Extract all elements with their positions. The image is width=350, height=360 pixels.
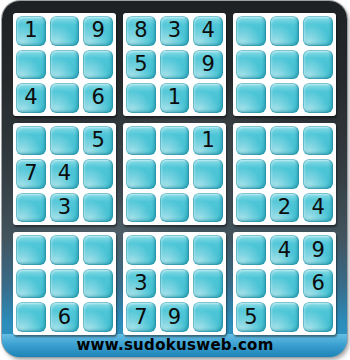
- sudoku-cell-r7c6[interactable]: [193, 235, 223, 265]
- sudoku-cell-r3c9[interactable]: [303, 83, 333, 113]
- sudoku-cell-r8c6[interactable]: [193, 269, 223, 299]
- sudoku-box-9: 4965: [233, 232, 336, 335]
- sudoku-cell-r4c9[interactable]: [303, 126, 333, 156]
- sudoku-cell-r9c3[interactable]: [83, 302, 113, 332]
- sudoku-cell-r2c7[interactable]: [236, 50, 266, 80]
- sudoku-cell-r8c8[interactable]: [270, 269, 300, 299]
- sudoku-cell-r9c8[interactable]: [270, 302, 300, 332]
- sudoku-cell-r4c2[interactable]: [50, 126, 80, 156]
- sudoku-cell-r2c8[interactable]: [270, 50, 300, 80]
- sudoku-cell-r9c4[interactable]: 7: [126, 302, 156, 332]
- sudoku-cell-r2c4[interactable]: 5: [126, 50, 156, 80]
- sudoku-cell-r9c9[interactable]: [303, 302, 333, 332]
- sudoku-box-2: 834591: [123, 13, 226, 116]
- sudoku-cell-r2c5[interactable]: [160, 50, 190, 80]
- sudoku-cell-r7c5[interactable]: [160, 235, 190, 265]
- sudoku-cell-r5c4[interactable]: [126, 159, 156, 189]
- sudoku-cell-r5c7[interactable]: [236, 159, 266, 189]
- sudoku-cell-r6c5[interactable]: [160, 193, 190, 223]
- sudoku-cell-r5c1[interactable]: 7: [16, 159, 46, 189]
- sudoku-cell-r2c9[interactable]: [303, 50, 333, 80]
- sudoku-cell-r2c1[interactable]: [16, 50, 46, 80]
- sudoku-cell-r1c6[interactable]: 4: [193, 16, 223, 46]
- sudoku-cell-r8c7[interactable]: [236, 269, 266, 299]
- sudoku-cell-r2c3[interactable]: [83, 50, 113, 80]
- sudoku-box-8: 379: [123, 232, 226, 335]
- sudoku-cell-r7c9[interactable]: 9: [303, 235, 333, 265]
- sudoku-cell-r7c3[interactable]: [83, 235, 113, 265]
- sudoku-box-6: 24: [233, 123, 336, 226]
- sudoku-cell-r8c2[interactable]: [50, 269, 80, 299]
- sudoku-cell-r9c6[interactable]: [193, 302, 223, 332]
- sudoku-cell-r3c3[interactable]: 6: [83, 83, 113, 113]
- sudoku-cell-r1c8[interactable]: [270, 16, 300, 46]
- sudoku-cell-r4c7[interactable]: [236, 126, 266, 156]
- sudoku-box-7: 6: [13, 232, 116, 335]
- sudoku-cell-r3c2[interactable]: [50, 83, 80, 113]
- sudoku-cell-r6c4[interactable]: [126, 193, 156, 223]
- sudoku-cell-r7c1[interactable]: [16, 235, 46, 265]
- sudoku-cell-r6c3[interactable]: [83, 193, 113, 223]
- sudoku-cell-r7c8[interactable]: 4: [270, 235, 300, 265]
- sudoku-cell-r8c5[interactable]: [160, 269, 190, 299]
- sudoku-cell-r1c2[interactable]: [50, 16, 80, 46]
- sudoku-cell-r5c2[interactable]: 4: [50, 159, 80, 189]
- sudoku-box-5: 1: [123, 123, 226, 226]
- sudoku-cell-r9c5[interactable]: 9: [160, 302, 190, 332]
- sudoku-cell-r2c6[interactable]: 9: [193, 50, 223, 80]
- sudoku-cell-r8c9[interactable]: 6: [303, 269, 333, 299]
- sudoku-board: 1946834591574312463794965: [13, 13, 336, 335]
- sudoku-box-3: [233, 13, 336, 116]
- sudoku-cell-r3c7[interactable]: [236, 83, 266, 113]
- sudoku-cell-r5c9[interactable]: [303, 159, 333, 189]
- sudoku-cell-r8c1[interactable]: [16, 269, 46, 299]
- sudoku-cell-r3c4[interactable]: [126, 83, 156, 113]
- sudoku-cell-r1c1[interactable]: 1: [16, 16, 46, 46]
- sudoku-cell-r4c3[interactable]: 5: [83, 126, 113, 156]
- sudoku-cell-r6c9[interactable]: 4: [303, 193, 333, 223]
- sudoku-app: 1946834591574312463794965 www.sudokusweb…: [0, 0, 350, 360]
- sudoku-cell-r6c7[interactable]: [236, 193, 266, 223]
- sudoku-cell-r4c8[interactable]: [270, 126, 300, 156]
- sudoku-cell-r6c1[interactable]: [16, 193, 46, 223]
- sudoku-cell-r1c7[interactable]: [236, 16, 266, 46]
- sudoku-cell-r1c3[interactable]: 9: [83, 16, 113, 46]
- sudoku-cell-r8c4[interactable]: 3: [126, 269, 156, 299]
- sudoku-cell-r1c4[interactable]: 8: [126, 16, 156, 46]
- sudoku-box-1: 1946: [13, 13, 116, 116]
- sudoku-cell-r7c2[interactable]: [50, 235, 80, 265]
- sudoku-cell-r6c6[interactable]: [193, 193, 223, 223]
- sudoku-cell-r3c1[interactable]: 4: [16, 83, 46, 113]
- sudoku-cell-r9c7[interactable]: 5: [236, 302, 266, 332]
- sudoku-cell-r9c1[interactable]: [16, 302, 46, 332]
- sudoku-cell-r4c1[interactable]: [16, 126, 46, 156]
- sudoku-cell-r5c3[interactable]: [83, 159, 113, 189]
- sudoku-cell-r5c6[interactable]: [193, 159, 223, 189]
- sudoku-cell-r1c5[interactable]: 3: [160, 16, 190, 46]
- sudoku-cell-r6c8[interactable]: 2: [270, 193, 300, 223]
- sudoku-cell-r8c3[interactable]: [83, 269, 113, 299]
- sudoku-cell-r9c2[interactable]: 6: [50, 302, 80, 332]
- sudoku-cell-r7c4[interactable]: [126, 235, 156, 265]
- sudoku-cell-r4c5[interactable]: [160, 126, 190, 156]
- sudoku-cell-r7c7[interactable]: [236, 235, 266, 265]
- sudoku-cell-r5c5[interactable]: [160, 159, 190, 189]
- sudoku-cell-r3c5[interactable]: 1: [160, 83, 190, 113]
- sudoku-cell-r4c4[interactable]: [126, 126, 156, 156]
- sudoku-cell-r3c8[interactable]: [270, 83, 300, 113]
- sudoku-cell-r6c2[interactable]: 3: [50, 193, 80, 223]
- sudoku-cell-r1c9[interactable]: [303, 16, 333, 46]
- sudoku-cell-r3c6[interactable]: [193, 83, 223, 113]
- sudoku-box-4: 5743: [13, 123, 116, 226]
- sudoku-cell-r5c8[interactable]: [270, 159, 300, 189]
- sudoku-cell-r2c2[interactable]: [50, 50, 80, 80]
- website-url: www.sudokusweb.com: [0, 336, 350, 354]
- sudoku-cell-r4c6[interactable]: 1: [193, 126, 223, 156]
